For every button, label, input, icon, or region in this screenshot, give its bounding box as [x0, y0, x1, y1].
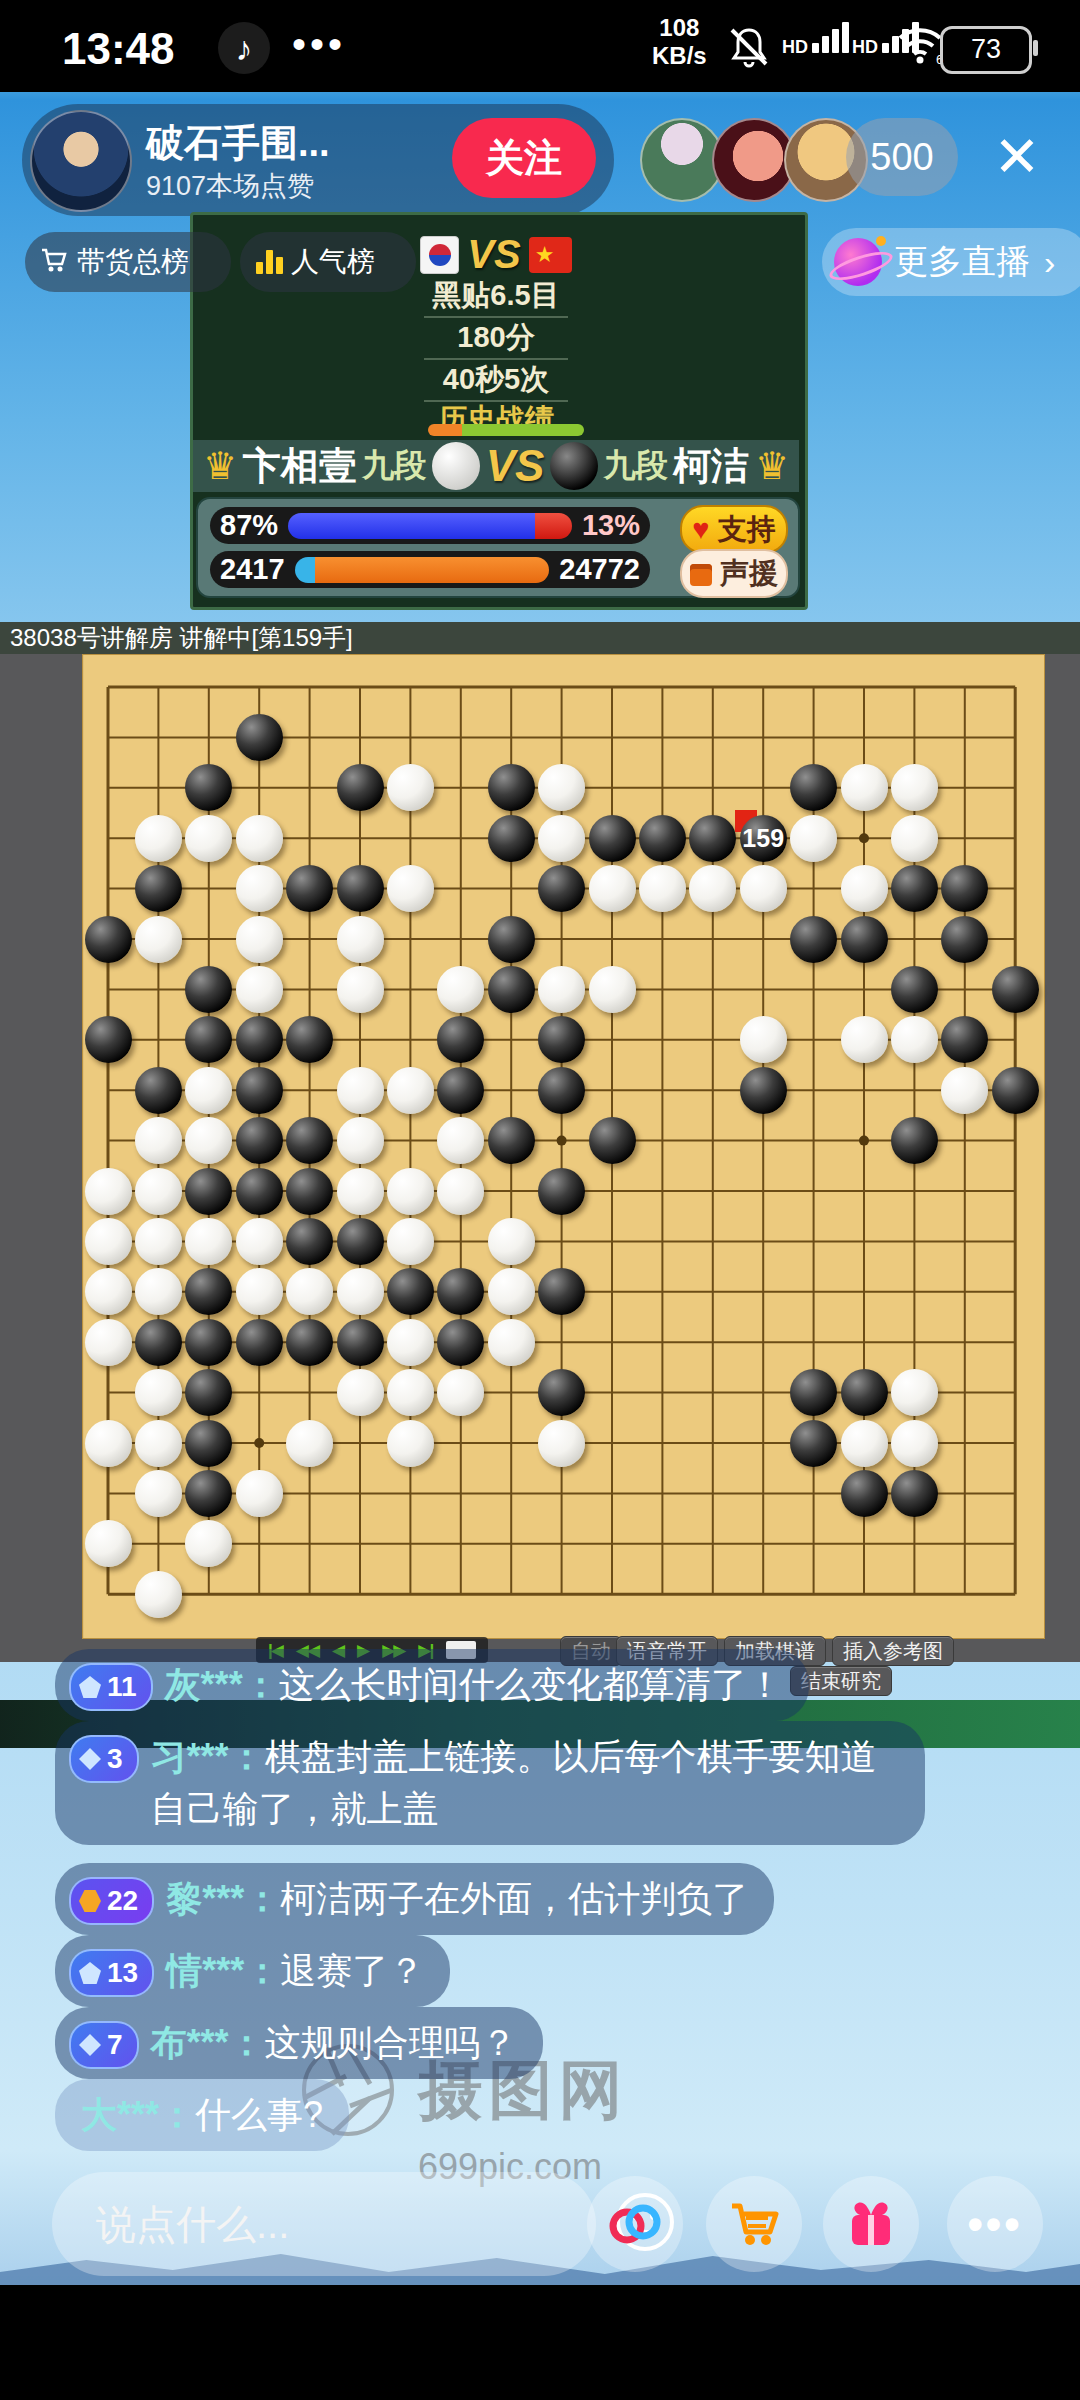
black-stone — [286, 1218, 333, 1265]
go-board[interactable]: 159 — [82, 654, 1045, 1639]
support-right-pct: 13% — [572, 509, 650, 542]
white-stone — [841, 865, 888, 912]
black-stone — [790, 916, 837, 963]
fan-badge: 13 — [69, 1949, 154, 1997]
white-stone — [185, 815, 232, 862]
clock: 13:48 — [62, 24, 175, 74]
chat-message[interactable]: 3 习***：棋盘封盖上链接。以后每个棋手要知道自己输了，就上盖 — [55, 1721, 925, 1845]
china-flag-icon: ★ — [529, 237, 572, 273]
black-stone — [941, 916, 988, 963]
black-stone — [891, 1117, 938, 1164]
black-stone — [337, 865, 384, 912]
board-area: 159 — [0, 654, 1080, 1662]
black-stone — [337, 1218, 384, 1265]
black-stone — [841, 1369, 888, 1416]
cheer-right-count: 24772 — [549, 553, 650, 586]
move-number-label: 159 — [740, 815, 787, 862]
white-stone — [891, 815, 938, 862]
sales-rank-button[interactable]: 带货总榜 — [25, 232, 231, 292]
black-stone — [538, 865, 585, 912]
white-stone — [790, 815, 837, 862]
white-stone — [236, 865, 283, 912]
black-stone — [135, 1319, 182, 1366]
fan-badge: 22 — [69, 1877, 154, 1925]
more-options-button[interactable]: ••• — [947, 2176, 1043, 2272]
white-stone — [488, 1218, 535, 1265]
white-stone — [437, 966, 484, 1013]
white-stone — [337, 1067, 384, 1114]
black-stone — [236, 1117, 283, 1164]
white-stone — [337, 1369, 384, 1416]
black-stone — [236, 1067, 283, 1114]
more-live-button[interactable]: 更多直播 › — [822, 228, 1080, 296]
black-stone — [135, 865, 182, 912]
black-stone — [185, 1420, 232, 1467]
chat-message[interactable]: 22 黎***：柯洁两子在外面，估计判负了 — [55, 1863, 774, 1935]
black-stone — [538, 1168, 585, 1215]
black-stone — [185, 1168, 232, 1215]
black-stone — [841, 916, 888, 963]
black-stone — [236, 714, 283, 761]
black-stone — [992, 966, 1039, 1013]
black-stone — [437, 1319, 484, 1366]
chat-text: 退赛了？ — [280, 1950, 424, 1991]
black-stone — [286, 865, 333, 912]
chevron-right-icon: › — [1044, 243, 1055, 282]
gem-badge-icon — [79, 1890, 101, 1912]
chat-input-bar[interactable] — [52, 2172, 596, 2276]
white-stone — [135, 1218, 182, 1265]
white-stone — [135, 1369, 182, 1416]
black-stone-icon — [550, 442, 598, 490]
white-stone — [135, 1168, 182, 1215]
black-stone — [538, 1369, 585, 1416]
white-stone — [841, 1016, 888, 1063]
chat-input[interactable] — [52, 2201, 613, 2248]
streamer-likes: 9107本场点赞 — [146, 168, 314, 204]
douyin-rings-button[interactable] — [587, 2176, 683, 2272]
white-stone — [387, 865, 434, 912]
status-bar: 13:48 ♪ ••• 108KB/s HD HD 6 73 — [0, 0, 1080, 92]
white-stone — [236, 815, 283, 862]
room-info-bar: 38038号讲解房 讲解中[第159手] — [0, 622, 1080, 654]
white-stone — [387, 764, 434, 811]
black-stone — [639, 815, 686, 862]
black-stone — [488, 764, 535, 811]
white-stone — [387, 1319, 434, 1366]
right-player-name: 柯洁 — [673, 441, 749, 492]
black-stone: 159 — [740, 815, 787, 862]
cheer-bar: 2417 24772 — [210, 551, 650, 588]
tiktok-note-icon: ♪ — [218, 22, 270, 74]
white-stone — [841, 1420, 888, 1467]
white-stone — [85, 1420, 132, 1467]
black-stone — [538, 1067, 585, 1114]
black-stone — [85, 916, 132, 963]
cheer-left-count: 2417 — [210, 553, 295, 586]
black-stone — [891, 865, 938, 912]
main-time-info: 180分 — [420, 318, 572, 358]
chat-text: 这规则合理吗？ — [265, 2022, 517, 2063]
vote-panel: 87% 13% ♥ 支持 2417 24772 声援 — [196, 497, 800, 598]
white-stone — [185, 1218, 232, 1265]
white-stone — [85, 1218, 132, 1265]
chat-text: 柯洁两子在外面，估计判负了 — [280, 1878, 748, 1919]
chat-username: 黎*** — [166, 1878, 244, 1919]
white-stone — [236, 1268, 283, 1315]
black-stone — [488, 966, 535, 1013]
bar-chart-icon — [256, 250, 283, 274]
white-stone — [337, 1268, 384, 1315]
white-stone — [488, 1268, 535, 1315]
insert-diagram-button[interactable]: 插入参考图 — [832, 1636, 954, 1666]
black-stone — [185, 1319, 232, 1366]
black-stone — [790, 1369, 837, 1416]
follow-button[interactable]: 关注 — [452, 118, 596, 198]
black-stone — [891, 1470, 938, 1517]
chat-username: 情*** — [166, 1950, 244, 1991]
black-stone — [689, 815, 736, 862]
black-stone — [286, 1168, 333, 1215]
planet-icon — [834, 238, 882, 286]
white-stone — [589, 966, 636, 1013]
gift-button[interactable] — [823, 2176, 919, 2272]
white-stone — [941, 1067, 988, 1114]
white-stone — [387, 1067, 434, 1114]
chat-username: 布*** — [151, 2022, 229, 2063]
wifi-icon: 6 — [896, 22, 944, 70]
black-stone — [236, 1319, 283, 1366]
white-stone — [589, 865, 636, 912]
battery-indicator: 73 — [940, 26, 1032, 74]
white-stone — [135, 1420, 182, 1467]
diamond-badge-icon — [79, 2034, 101, 2056]
players-name-bar: ♛ 卞相壹 九段 VS 九段 柯洁 ♛ — [193, 440, 799, 492]
black-stone — [135, 1067, 182, 1114]
black-stone — [488, 916, 535, 963]
black-stone — [286, 1319, 333, 1366]
white-stone — [135, 815, 182, 862]
white-stone — [236, 916, 283, 963]
notification-dots-icon: ••• — [292, 22, 346, 67]
support-bar: 87% 13% — [210, 507, 650, 544]
left-player-rank: 九段 — [362, 444, 426, 488]
white-stone-icon — [432, 442, 480, 490]
white-stone — [891, 1420, 938, 1467]
bell-muted-icon — [726, 24, 772, 74]
cart-icon — [726, 2196, 782, 2252]
crown-icon: ♛ — [203, 444, 237, 488]
crown-icon: ♛ — [755, 444, 789, 488]
chat-message[interactable]: 7 布***：这规则合理吗？ — [55, 2007, 543, 2079]
shop-cart-button[interactable] — [706, 2176, 802, 2272]
diamond-badge-icon — [79, 1748, 101, 1770]
white-stone — [135, 1571, 182, 1618]
white-stone — [740, 865, 787, 912]
black-stone — [992, 1067, 1039, 1114]
pentagon-badge-icon — [79, 1962, 101, 1984]
komi-info: 黑贴6.5目 — [420, 276, 572, 316]
korea-flag-icon — [420, 236, 459, 274]
white-stone — [337, 1168, 384, 1215]
black-stone — [891, 966, 938, 1013]
close-icon[interactable]: ✕ — [982, 122, 1052, 192]
support-button[interactable]: ♥ 支持 — [680, 505, 788, 554]
black-stone — [589, 815, 636, 862]
black-stone — [236, 1168, 283, 1215]
support-left-pct: 87% — [210, 509, 288, 542]
black-stone — [337, 764, 384, 811]
white-stone — [891, 1016, 938, 1063]
black-stone — [488, 1117, 535, 1164]
black-stone — [185, 1470, 232, 1517]
black-stone — [337, 1319, 384, 1366]
streamer-name: 破石手围... — [146, 118, 330, 169]
white-stone — [85, 1168, 132, 1215]
heart-icon: ♥ — [692, 513, 709, 545]
white-stone — [135, 916, 182, 963]
black-stone — [740, 1067, 787, 1114]
white-stone — [488, 1319, 535, 1366]
streamer-avatar[interactable] — [30, 110, 132, 212]
fan-badge: 3 — [69, 1735, 139, 1783]
vs-label: VS — [486, 441, 545, 491]
black-stone — [790, 1420, 837, 1467]
black-stone — [387, 1268, 434, 1315]
calendar-icon — [690, 564, 712, 586]
ellipsis-icon: ••• — [967, 2199, 1022, 2249]
white-stone — [891, 764, 938, 811]
left-player-name: 卞相壹 — [243, 441, 357, 492]
white-stone — [387, 1420, 434, 1467]
chat-username: 灰*** — [165, 1664, 243, 1705]
white-stone — [185, 1067, 232, 1114]
cart-icon — [39, 245, 69, 279]
byoyomi-info: 40秒5次 — [420, 360, 572, 400]
white-stone — [387, 1369, 434, 1416]
black-stone — [488, 815, 535, 862]
chat-text: 这么长时间什么变化都算清了！ — [279, 1664, 783, 1705]
white-stone — [538, 966, 585, 1013]
white-stone — [387, 1168, 434, 1215]
black-stone — [85, 1016, 132, 1063]
chat-message[interactable]: 大***：什么事? — [55, 2079, 349, 2151]
sim1-signal-icon: HD — [782, 22, 849, 58]
white-stone — [85, 1268, 132, 1315]
network-speed: 108KB/s — [652, 14, 707, 70]
fan-badge: 7 — [69, 2021, 139, 2069]
right-player-rank: 九段 — [604, 444, 668, 488]
white-stone — [135, 1470, 182, 1517]
cheer-button[interactable]: 声援 — [680, 549, 788, 598]
black-stone — [185, 966, 232, 1013]
chat-text: 什么事? — [195, 2094, 323, 2135]
gift-icon — [842, 2195, 900, 2253]
white-stone — [639, 865, 686, 912]
chat-username: 大*** — [81, 2094, 159, 2135]
black-stone — [286, 1117, 333, 1164]
white-stone — [135, 1117, 182, 1164]
white-stone — [841, 764, 888, 811]
chat-message[interactable]: 11 灰***：这么长时间什么变化都算清了！ — [55, 1649, 809, 1721]
black-stone — [841, 1470, 888, 1517]
black-stone — [589, 1117, 636, 1164]
chat-message[interactable]: 13 情***：退赛了？ — [55, 1935, 450, 2007]
white-stone — [236, 1218, 283, 1265]
rings-icon — [605, 2194, 665, 2254]
white-stone — [337, 1117, 384, 1164]
white-stone — [891, 1369, 938, 1416]
white-stone — [85, 1520, 132, 1567]
history-progress-bar — [428, 424, 584, 436]
pentagon-badge-icon — [79, 1676, 101, 1698]
chat-username: 习*** — [151, 1736, 229, 1777]
white-stone — [337, 966, 384, 1013]
white-stone — [387, 1218, 434, 1265]
white-stone — [236, 966, 283, 1013]
vs-label: VS — [467, 232, 520, 277]
white-stone — [135, 1268, 182, 1315]
viewer-count[interactable]: 500 — [846, 118, 958, 196]
white-stone — [437, 1168, 484, 1215]
flags-vs-row: VS ★ — [420, 232, 572, 277]
popularity-rank-button[interactable]: 人气榜 — [240, 232, 416, 292]
android-navbar — [0, 2285, 1080, 2400]
white-stone — [236, 1470, 283, 1517]
white-stone — [740, 1016, 787, 1063]
black-stone — [236, 1016, 283, 1063]
white-stone — [286, 1420, 333, 1467]
white-stone — [538, 1420, 585, 1467]
fan-badge: 11 — [69, 1663, 153, 1711]
black-stone — [437, 1067, 484, 1114]
white-stone — [337, 916, 384, 963]
white-stone — [85, 1319, 132, 1366]
white-stone — [538, 815, 585, 862]
